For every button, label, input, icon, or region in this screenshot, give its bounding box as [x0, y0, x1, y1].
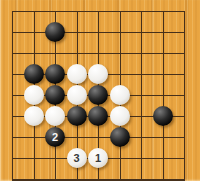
white-stone-move-1: 1: [88, 148, 108, 168]
grid-line-vertical: [141, 11, 142, 181]
white-stone-move-3: 3: [67, 148, 87, 168]
white-stone: [24, 85, 44, 105]
grid-line-vertical: [184, 11, 185, 181]
grid-line-vertical: [163, 11, 164, 181]
grid-line-horizontal: [12, 137, 185, 138]
white-stone: [67, 64, 87, 84]
board-edge-line: [12, 179, 185, 181]
black-stone-move-2: 2: [45, 127, 65, 147]
grid-line-horizontal: [12, 53, 185, 54]
move-number-label: 2: [52, 127, 58, 147]
black-stone: [67, 106, 87, 126]
black-stone: [24, 64, 44, 84]
white-stone: [88, 64, 108, 84]
grid-line-horizontal: [12, 32, 185, 33]
go-diagram-screenshot: 231: [0, 0, 200, 181]
black-stone: [153, 106, 173, 126]
white-stone: [110, 106, 130, 126]
black-stone: [110, 127, 130, 147]
black-stone: [88, 85, 108, 105]
black-stone: [45, 85, 65, 105]
black-stone: [45, 22, 65, 42]
white-stone: [45, 106, 65, 126]
move-number-label: 3: [73, 148, 79, 168]
grid-line-vertical: [12, 11, 13, 181]
white-stone: [110, 85, 130, 105]
white-stone: [24, 106, 44, 126]
move-number-label: 1: [95, 148, 101, 168]
grid-line-horizontal: [12, 11, 185, 12]
black-stone: [88, 106, 108, 126]
white-stone: [67, 85, 87, 105]
black-stone: [45, 64, 65, 84]
